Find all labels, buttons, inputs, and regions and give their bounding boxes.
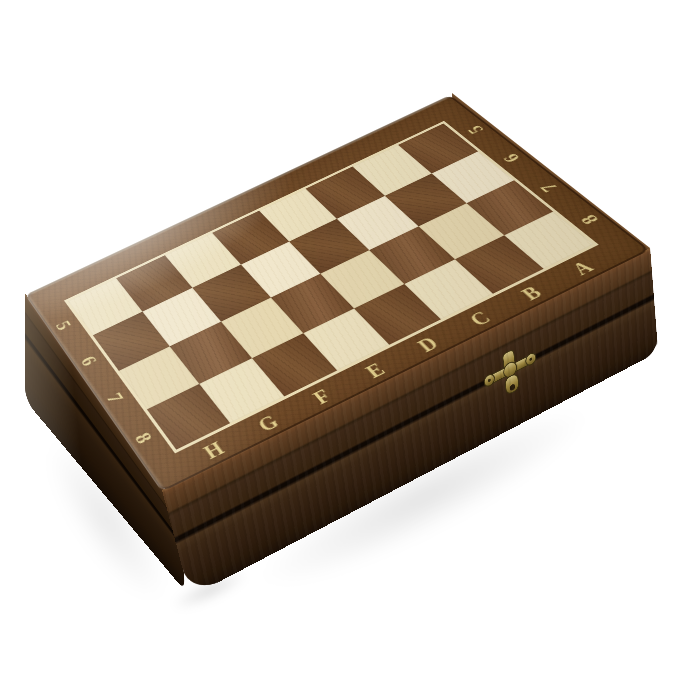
brass-clasp bbox=[478, 335, 542, 416]
brass-clasp-icon bbox=[478, 335, 542, 416]
product-photo: 56785678HGFEDCBA bbox=[0, 0, 700, 700]
